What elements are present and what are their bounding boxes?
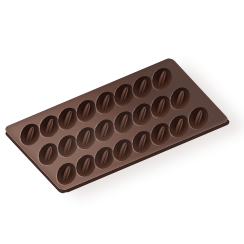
bean-crease-ridge	[157, 70, 167, 87]
bean-crease-ridge	[25, 126, 35, 143]
bean-crease-ridge	[156, 126, 166, 143]
cavity-grid	[12, 65, 215, 186]
bean-crease-ridge	[118, 141, 128, 158]
mold-tray	[3, 57, 230, 191]
bean-crease-ridge	[43, 146, 53, 163]
bean-crease-ridge	[62, 138, 72, 155]
bean-crease-ridge	[44, 118, 54, 135]
bean-crease-ridge	[99, 149, 109, 166]
photo-background	[0, 0, 244, 244]
bean-crease-ridge	[82, 102, 92, 119]
bean-crease-ridge	[81, 130, 91, 147]
bean-crease-ridge	[137, 134, 147, 151]
bean-crease-ridge	[193, 110, 203, 127]
bean-crease-ridge	[119, 114, 129, 131]
bean-crease-ridge	[156, 98, 166, 115]
bean-crease-ridge	[175, 90, 185, 107]
bean-crease-ridge	[138, 78, 148, 95]
bean-crease-ridge	[100, 122, 110, 139]
bean-crease-ridge	[119, 86, 129, 103]
bean-crease-ridge	[62, 165, 72, 182]
bean-crease-ridge	[100, 94, 110, 111]
bean-crease-ridge	[174, 118, 184, 135]
bean-crease-ridge	[137, 106, 147, 123]
bean-crease-ridge	[81, 157, 91, 174]
bean-crease-ridge	[63, 110, 73, 127]
